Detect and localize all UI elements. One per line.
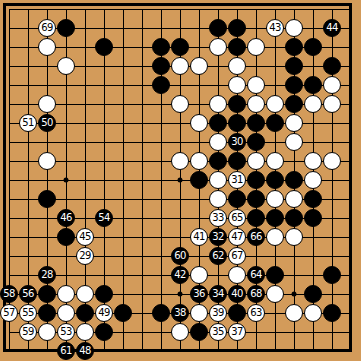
move-number: 51 — [22, 115, 34, 131]
black-stone — [247, 114, 265, 132]
white-stone: 65 — [228, 209, 246, 227]
black-stone: 64 — [247, 266, 265, 284]
black-stone — [266, 171, 284, 189]
white-stone — [57, 57, 75, 75]
black-stone — [266, 114, 284, 132]
black-stone — [228, 114, 246, 132]
black-stone — [304, 285, 322, 303]
white-stone — [266, 285, 284, 303]
move-number: 41 — [193, 229, 205, 245]
white-stone — [190, 152, 208, 170]
white-stone — [171, 323, 189, 341]
white-stone — [247, 152, 265, 170]
white-stone — [171, 57, 189, 75]
black-stone: 54 — [95, 209, 113, 227]
black-stone — [228, 304, 246, 322]
black-stone — [190, 171, 208, 189]
white-stone — [209, 95, 227, 113]
white-stone — [323, 95, 341, 113]
move-number: 57 — [3, 305, 15, 321]
white-stone — [285, 304, 303, 322]
black-stone — [171, 38, 189, 56]
white-stone: 57 — [0, 304, 18, 322]
white-stone: 35 — [209, 323, 227, 341]
move-number: 28 — [41, 267, 53, 283]
white-stone: 41 — [190, 228, 208, 246]
black-stone — [266, 209, 284, 227]
move-number: 48 — [79, 343, 91, 359]
move-number: 68 — [250, 286, 262, 302]
black-stone — [57, 19, 75, 37]
black-stone: 30 — [228, 133, 246, 151]
white-stone — [38, 95, 56, 113]
black-stone — [304, 76, 322, 94]
white-stone — [228, 57, 246, 75]
black-stone — [114, 304, 132, 322]
black-stone: 46 — [57, 209, 75, 227]
black-stone — [285, 76, 303, 94]
black-stone — [285, 57, 303, 75]
white-stone — [209, 171, 227, 189]
move-number: 40 — [231, 286, 243, 302]
move-number: 36 — [193, 286, 205, 302]
white-stone: 63 — [247, 304, 265, 322]
move-number: 61 — [60, 343, 72, 359]
white-stone — [266, 190, 284, 208]
black-stone: 40 — [228, 285, 246, 303]
white-stone — [247, 38, 265, 56]
black-stone — [323, 57, 341, 75]
move-number: 59 — [22, 324, 34, 340]
white-stone — [285, 190, 303, 208]
white-stone — [323, 76, 341, 94]
white-stone: 47 — [228, 228, 246, 246]
white-stone: 67 — [228, 247, 246, 265]
black-stone — [209, 152, 227, 170]
white-stone: 69 — [38, 19, 56, 37]
star-point — [64, 178, 69, 183]
move-number: 34 — [212, 286, 224, 302]
move-number: 30 — [231, 134, 243, 150]
white-stone: 59 — [19, 323, 37, 341]
white-stone: 33 — [209, 209, 227, 227]
white-stone: 29 — [76, 247, 94, 265]
white-stone — [228, 266, 246, 284]
white-stone — [304, 171, 322, 189]
move-number: 49 — [98, 305, 110, 321]
move-number: 45 — [79, 229, 91, 245]
black-stone — [38, 285, 56, 303]
move-number: 42 — [174, 267, 186, 283]
black-stone — [152, 57, 170, 75]
white-stone — [209, 133, 227, 151]
black-stone: 32 — [209, 228, 227, 246]
move-number: 29 — [79, 248, 91, 264]
white-stone: 43 — [266, 19, 284, 37]
move-number: 33 — [212, 210, 224, 226]
black-stone — [304, 190, 322, 208]
move-number: 64 — [250, 267, 262, 283]
move-number: 66 — [250, 229, 262, 245]
white-stone — [266, 152, 284, 170]
black-stone — [247, 190, 265, 208]
move-number: 47 — [231, 229, 243, 245]
white-stone: 55 — [19, 304, 37, 322]
go-board[interactable]: 6943445150303146543365454132476629606267… — [0, 0, 361, 361]
white-stone — [190, 114, 208, 132]
star-point — [178, 292, 183, 297]
black-stone: 36 — [190, 285, 208, 303]
move-number: 63 — [250, 305, 262, 321]
black-stone: 42 — [171, 266, 189, 284]
black-stone — [228, 190, 246, 208]
move-number: 65 — [231, 210, 243, 226]
black-stone: 38 — [171, 304, 189, 322]
black-stone: 28 — [38, 266, 56, 284]
white-stone — [171, 152, 189, 170]
black-stone — [57, 228, 75, 246]
white-stone — [266, 228, 284, 246]
move-number: 67 — [231, 248, 243, 264]
white-stone — [171, 95, 189, 113]
move-number: 32 — [212, 229, 224, 245]
black-stone: 44 — [323, 19, 341, 37]
white-stone: 39 — [209, 304, 227, 322]
move-number: 31 — [231, 172, 243, 188]
black-stone — [247, 209, 265, 227]
white-stone: 45 — [76, 228, 94, 246]
move-number: 37 — [231, 324, 243, 340]
white-stone — [57, 304, 75, 322]
white-stone: 37 — [228, 323, 246, 341]
move-number: 39 — [212, 305, 224, 321]
white-stone — [285, 114, 303, 132]
black-stone: 58 — [0, 285, 18, 303]
black-stone — [323, 304, 341, 322]
black-stone — [152, 304, 170, 322]
black-stone — [209, 114, 227, 132]
white-stone — [304, 152, 322, 170]
black-stone — [285, 209, 303, 227]
move-number: 35 — [212, 324, 224, 340]
white-stone — [209, 38, 227, 56]
black-stone: 68 — [247, 285, 265, 303]
white-stone: 49 — [95, 304, 113, 322]
white-stone — [76, 323, 94, 341]
white-stone — [228, 76, 246, 94]
black-stone — [228, 38, 246, 56]
black-stone — [152, 76, 170, 94]
black-stone: 61 — [57, 342, 75, 360]
white-stone — [76, 285, 94, 303]
move-number: 56 — [22, 286, 34, 302]
white-stone — [209, 190, 227, 208]
star-point — [292, 292, 297, 297]
black-stone — [285, 95, 303, 113]
black-stone — [38, 190, 56, 208]
black-stone: 60 — [171, 247, 189, 265]
white-stone — [190, 304, 208, 322]
black-stone — [304, 38, 322, 56]
move-number: 44 — [326, 20, 338, 36]
black-stone — [209, 19, 227, 37]
white-stone — [247, 76, 265, 94]
move-number: 58 — [3, 286, 15, 302]
white-stone — [323, 152, 341, 170]
move-number: 38 — [174, 305, 186, 321]
black-stone — [228, 152, 246, 170]
white-stone — [304, 95, 322, 113]
black-stone — [247, 171, 265, 189]
black-stone — [95, 285, 113, 303]
white-stone — [247, 95, 265, 113]
black-stone: 34 — [209, 285, 227, 303]
move-number: 60 — [174, 248, 186, 264]
black-stone — [152, 38, 170, 56]
star-point — [178, 178, 183, 183]
white-stone — [190, 266, 208, 284]
move-number: 46 — [60, 210, 72, 226]
move-number: 53 — [60, 324, 72, 340]
black-stone: 66 — [247, 228, 265, 246]
black-stone — [228, 19, 246, 37]
black-stone: 50 — [38, 114, 56, 132]
black-stone — [285, 171, 303, 189]
white-stone — [285, 19, 303, 37]
white-stone — [38, 323, 56, 341]
white-stone — [285, 133, 303, 151]
move-number: 54 — [98, 210, 110, 226]
white-stone — [38, 38, 56, 56]
black-stone: 62 — [209, 247, 227, 265]
black-stone — [266, 266, 284, 284]
white-stone — [38, 152, 56, 170]
move-number: 55 — [22, 305, 34, 321]
white-stone — [190, 57, 208, 75]
white-stone — [57, 285, 75, 303]
black-stone — [285, 38, 303, 56]
move-number: 62 — [212, 248, 224, 264]
black-stone — [247, 133, 265, 151]
black-stone — [95, 323, 113, 341]
white-stone: 31 — [228, 171, 246, 189]
move-number: 69 — [41, 20, 53, 36]
black-stone — [95, 38, 113, 56]
black-stone: 56 — [19, 285, 37, 303]
black-stone — [323, 266, 341, 284]
move-number: 43 — [269, 20, 281, 36]
black-stone — [76, 304, 94, 322]
black-stone: 48 — [76, 342, 94, 360]
white-stone: 53 — [57, 323, 75, 341]
white-stone — [285, 228, 303, 246]
black-stone — [190, 323, 208, 341]
black-stone — [38, 304, 56, 322]
white-stone — [304, 304, 322, 322]
black-stone — [304, 209, 322, 227]
grid-line-vertical — [351, 9, 352, 352]
white-stone: 51 — [19, 114, 37, 132]
white-stone — [266, 95, 284, 113]
black-stone — [228, 95, 246, 113]
move-number: 50 — [41, 115, 53, 131]
